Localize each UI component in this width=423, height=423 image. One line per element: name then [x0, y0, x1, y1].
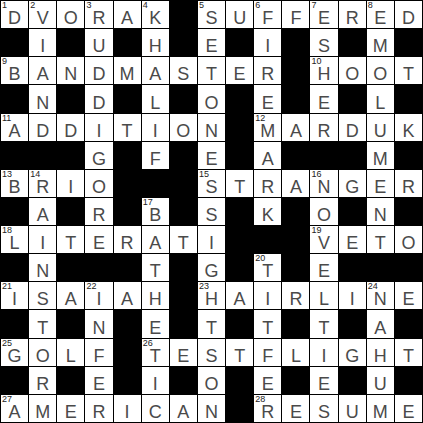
cell-r3c8[interactable]: T [198, 57, 225, 84]
cell-r5c1[interactable]: 11A [1, 114, 28, 141]
block-cell [1, 142, 28, 169]
cell-r12c12[interactable]: T [310, 310, 337, 337]
block-cell [339, 85, 366, 112]
clue-number: 24 [368, 282, 378, 291]
cell-r12c14[interactable]: A [367, 310, 394, 337]
letter: A [290, 122, 302, 141]
cell-r5c15[interactable]: K [395, 114, 422, 141]
block-cell [114, 254, 141, 281]
cell-r8c8[interactable]: S [198, 198, 225, 225]
cell-r13c9[interactable]: T [226, 339, 253, 366]
clue-number: 18 [2, 226, 12, 235]
cell-r13c15[interactable]: T [395, 339, 422, 366]
cell-r4c10[interactable]: E [254, 85, 281, 112]
block-cell [1, 310, 28, 337]
cell-r7c1[interactable]: 13B [1, 170, 28, 197]
cell-r12c10[interactable]: T [254, 310, 281, 337]
block-cell [114, 339, 141, 366]
letter: O [204, 94, 218, 113]
clue-number: 13 [2, 170, 12, 179]
cell-r11c11[interactable]: R [282, 282, 309, 309]
letter: E [205, 37, 217, 56]
cell-r9c2[interactable]: I [29, 226, 56, 253]
cell-r8c4[interactable]: R [85, 198, 112, 225]
block-cell [395, 310, 422, 337]
clue-number: 15 [199, 170, 209, 179]
cell-r9c6[interactable]: A [142, 226, 169, 253]
letter: R [402, 178, 415, 197]
letter: S [177, 65, 189, 84]
block-cell [282, 57, 309, 84]
block-cell [170, 310, 197, 337]
cell-r6c10[interactable]: A [254, 142, 281, 169]
letter: A [149, 234, 161, 253]
cell-r1c15[interactable]: D [395, 1, 422, 28]
cell-r5c4[interactable]: I [85, 114, 112, 141]
cell-r3c14[interactable]: O [367, 57, 394, 84]
cell-r3c12[interactable]: 10H [310, 57, 337, 84]
block-cell [226, 114, 253, 141]
block-cell [170, 198, 197, 225]
cell-r11c13[interactable]: I [339, 282, 366, 309]
cell-r15c12[interactable]: S [310, 395, 337, 422]
clue-number: 25 [2, 339, 12, 348]
cell-r2c6[interactable]: H [142, 29, 169, 56]
cell-r1c4[interactable]: 3R [85, 1, 112, 28]
cell-r8c10[interactable]: K [254, 198, 281, 225]
letter: E [374, 9, 386, 28]
cell-r7c8[interactable]: 15S [198, 170, 225, 197]
block-cell [226, 198, 253, 225]
letter: R [92, 9, 105, 28]
letter: E [374, 178, 386, 197]
letter: R [36, 375, 49, 394]
cell-r13c4[interactable]: F [85, 339, 112, 366]
letter: D [346, 122, 359, 141]
block-cell [1, 85, 28, 112]
cell-r14c4[interactable]: E [85, 367, 112, 394]
letter: M [120, 65, 135, 84]
block-cell [339, 367, 366, 394]
cell-r9c7[interactable]: T [170, 226, 197, 253]
letter: E [290, 403, 302, 422]
cell-r3c5[interactable]: M [114, 57, 141, 84]
clue-number: 2 [30, 1, 35, 10]
letter: S [205, 9, 217, 28]
cell-r15c7[interactable]: A [170, 395, 197, 422]
block-cell [226, 142, 253, 169]
letter: R [318, 122, 331, 141]
cell-r14c2[interactable]: R [29, 367, 56, 394]
letter: F [150, 150, 161, 169]
letter: O [373, 65, 387, 84]
cell-r15c2[interactable]: M [29, 395, 56, 422]
cell-r11c1[interactable]: 21I [1, 282, 28, 309]
cell-r7c11[interactable]: A [282, 170, 309, 197]
cell-r13c8[interactable]: S [198, 339, 225, 366]
cell-r1c8[interactable]: 5S [198, 1, 225, 28]
cell-r12c2[interactable]: T [29, 310, 56, 337]
cell-r5c3[interactable]: D [57, 114, 84, 141]
letter: B [9, 65, 21, 84]
cell-r3c2[interactable]: A [29, 57, 56, 84]
clue-number: 20 [255, 254, 265, 263]
letter: E [234, 65, 246, 84]
clue-number: 8 [368, 1, 373, 10]
letter: T [234, 178, 245, 197]
cell-r2c2[interactable]: I [29, 29, 56, 56]
letter: G [345, 347, 359, 366]
cell-r4c6[interactable]: L [142, 85, 169, 112]
clue-number: 17 [143, 198, 153, 207]
clue-number: 10 [311, 57, 321, 66]
cell-r7c14[interactable]: E [367, 170, 394, 197]
cell-r15c6[interactable]: C [142, 395, 169, 422]
letter: N [36, 262, 49, 281]
letter: I [12, 290, 17, 309]
cell-r10c10[interactable]: 20T [254, 254, 281, 281]
letter: L [375, 94, 385, 113]
cell-r11c5[interactable]: A [114, 282, 141, 309]
cell-r11c12[interactable]: L [310, 282, 337, 309]
cell-r4c8[interactable]: O [198, 85, 225, 112]
letter: A [234, 290, 246, 309]
cell-r9c3[interactable]: T [57, 226, 84, 253]
letter: N [374, 206, 387, 225]
clue-number: 11 [2, 114, 11, 123]
cell-r12c8[interactable]: T [198, 310, 225, 337]
cell-r10c8[interactable]: G [198, 254, 225, 281]
letter: T [178, 234, 189, 253]
letter: A [121, 9, 133, 28]
block-cell [395, 254, 422, 281]
cell-r8c12[interactable]: O [310, 198, 337, 225]
letter: E [318, 9, 330, 28]
cell-r15c11[interactable]: E [282, 395, 309, 422]
cell-r5c6[interactable]: I [142, 114, 169, 141]
letter: O [36, 347, 50, 366]
letter: N [205, 122, 218, 141]
letter: I [40, 37, 45, 56]
cell-r1c2[interactable]: 2V [29, 1, 56, 28]
cell-r5c13[interactable]: D [339, 114, 366, 141]
block-cell [114, 29, 141, 56]
cell-r15c10[interactable]: 28R [254, 395, 281, 422]
letter: S [318, 403, 330, 422]
letter: S [205, 178, 217, 197]
cell-r14c8[interactable]: O [198, 367, 225, 394]
block-cell [254, 226, 281, 253]
cell-r5c2[interactable]: D [29, 114, 56, 141]
letter: R [92, 403, 105, 422]
cell-r6c8[interactable]: E [198, 142, 225, 169]
cell-r13c2[interactable]: O [29, 339, 56, 366]
letter: T [150, 347, 161, 366]
cell-r11c10[interactable]: I [254, 282, 281, 309]
cell-r1c10[interactable]: 6F [254, 1, 281, 28]
letter: G [345, 178, 359, 197]
clue-number: 28 [255, 395, 265, 404]
letter: U [346, 403, 359, 422]
block-cell [310, 142, 337, 169]
letter: L [10, 234, 20, 253]
cell-r9c5[interactable]: R [114, 226, 141, 253]
cell-r1c1[interactable]: 1D [1, 1, 28, 28]
block-cell [282, 254, 309, 281]
cell-r3c7[interactable]: S [170, 57, 197, 84]
cell-r5c7[interactable]: O [170, 114, 197, 141]
letter: H [149, 290, 162, 309]
cell-r13c3[interactable]: L [57, 339, 84, 366]
letter: N [318, 178, 331, 197]
cell-r12c4[interactable]: N [85, 310, 112, 337]
letter: I [153, 375, 158, 394]
block-cell [226, 310, 253, 337]
letter: E [177, 347, 189, 366]
cell-r4c2[interactable]: N [29, 85, 56, 112]
cell-r1c3[interactable]: O [57, 1, 84, 28]
cell-r13c1[interactable]: 25G [1, 339, 28, 366]
clue-number: 6 [255, 1, 260, 10]
cell-r14c10[interactable]: E [254, 367, 281, 394]
letter: S [205, 347, 217, 366]
cell-r8c14[interactable]: N [367, 198, 394, 225]
cell-r6c6[interactable]: F [142, 142, 169, 169]
letter: O [401, 234, 415, 253]
cell-r5c5[interactable]: T [114, 114, 141, 141]
cell-r9c1[interactable]: 18L [1, 226, 28, 253]
clue-number: 12 [255, 114, 265, 123]
block-cell [367, 254, 394, 281]
letter: A [9, 122, 21, 141]
cell-r1c13[interactable]: R [339, 1, 366, 28]
letter: A [121, 290, 133, 309]
clue-number: 9 [2, 57, 7, 66]
cell-r3c1[interactable]: 9B [1, 57, 28, 84]
letter: L [66, 347, 76, 366]
letter: U [233, 9, 246, 28]
block-cell [395, 367, 422, 394]
cell-r10c12[interactable]: E [310, 254, 337, 281]
cell-r11c14[interactable]: 24N [367, 282, 394, 309]
cell-r1c6[interactable]: 4K [142, 1, 169, 28]
cell-r13c11[interactable]: L [282, 339, 309, 366]
cell-r5c12[interactable]: R [310, 114, 337, 141]
letter: G [8, 347, 22, 366]
cell-r3c4[interactable]: D [85, 57, 112, 84]
cell-r1c11[interactable]: F [282, 1, 309, 28]
cell-r1c14[interactable]: 8E [367, 1, 394, 28]
cell-r13c10[interactable]: F [254, 339, 281, 366]
letter: A [37, 206, 49, 225]
cell-r14c6[interactable]: I [142, 367, 169, 394]
cell-r11c9[interactable]: A [226, 282, 253, 309]
cell-r2c12[interactable]: S [310, 29, 337, 56]
block-cell [170, 282, 197, 309]
letter: E [346, 234, 358, 253]
cell-r7c4[interactable]: O [85, 170, 112, 197]
letter: S [205, 206, 217, 225]
block-cell [57, 29, 84, 56]
cell-r1c5[interactable]: A [114, 1, 141, 28]
cell-r3c6[interactable]: A [142, 57, 169, 84]
cell-r3c3[interactable]: N [57, 57, 84, 84]
clue-number: 26 [143, 339, 153, 348]
cell-r4c4[interactable]: D [85, 85, 112, 112]
block-cell [395, 29, 422, 56]
cell-r11c6[interactable]: H [142, 282, 169, 309]
crossword-grid: 1D2VO3RA4K5SU6FF7ER8EDIUHEISM9BANDMASTER… [0, 0, 423, 423]
cell-r15c5[interactable]: I [114, 395, 141, 422]
letter: T [262, 319, 273, 338]
block-cell [226, 395, 253, 422]
cell-r11c3[interactable]: A [57, 282, 84, 309]
cell-r6c4[interactable]: G [85, 142, 112, 169]
letter: E [402, 290, 414, 309]
letter: T [37, 319, 48, 338]
cell-r7c2[interactable]: 14R [29, 170, 56, 197]
cell-r11c15[interactable]: E [395, 282, 422, 309]
cell-r9c8[interactable]: I [198, 226, 225, 253]
cell-r15c14[interactable]: M [367, 395, 394, 422]
block-cell [114, 198, 141, 225]
cell-r15c8[interactable]: N [198, 395, 225, 422]
cell-r14c12[interactable]: E [310, 367, 337, 394]
cell-r9c12[interactable]: 19V [310, 226, 337, 253]
block-cell [282, 226, 309, 253]
block-cell [170, 1, 197, 28]
block-cell [226, 29, 253, 56]
cell-r7c13[interactable]: G [339, 170, 366, 197]
cell-r15c3[interactable]: E [57, 395, 84, 422]
cell-r2c10[interactable]: I [254, 29, 281, 56]
letter: O [204, 375, 218, 394]
cell-r5c10[interactable]: 12M [254, 114, 281, 141]
cell-r3c13[interactable]: O [339, 57, 366, 84]
block-cell [114, 367, 141, 394]
block-cell [114, 142, 141, 169]
cell-r9c4[interactable]: E [85, 226, 112, 253]
cell-r3c9[interactable]: E [226, 57, 253, 84]
cell-r7c9[interactable]: T [226, 170, 253, 197]
cell-r10c2[interactable]: N [29, 254, 56, 281]
cell-r5c8[interactable]: N [198, 114, 225, 141]
block-cell [57, 367, 84, 394]
letter: T [65, 234, 76, 253]
cell-r11c8[interactable]: 23H [198, 282, 225, 309]
cell-r13c12[interactable]: I [310, 339, 337, 366]
letter: T [403, 65, 414, 84]
cell-r1c12[interactable]: 7E [310, 1, 337, 28]
cell-r15c13[interactable]: U [339, 395, 366, 422]
block-cell [170, 170, 197, 197]
letter: K [402, 122, 414, 141]
letter: I [96, 122, 101, 141]
letter: D [92, 94, 105, 113]
cell-r6c14[interactable]: M [367, 142, 394, 169]
letter: A [290, 178, 302, 197]
block-cell [226, 226, 253, 253]
letter: T [206, 65, 217, 84]
letter: F [93, 347, 104, 366]
cell-r9c15[interactable]: O [395, 226, 422, 253]
cell-r8c2[interactable]: A [29, 198, 56, 225]
letter: N [36, 94, 49, 113]
letter: O [92, 178, 106, 197]
letter: E [262, 94, 274, 113]
letter: T [375, 234, 386, 253]
cell-r2c8[interactable]: E [198, 29, 225, 56]
cell-r7c3[interactable]: I [57, 170, 84, 197]
cell-r1c9[interactable]: U [226, 1, 253, 28]
letter: G [204, 262, 218, 281]
cell-r3c10[interactable]: R [254, 57, 281, 84]
cell-r13c7[interactable]: E [170, 339, 197, 366]
cell-r9c14[interactable]: T [367, 226, 394, 253]
letter: M [373, 150, 388, 169]
clue-number: 4 [143, 1, 148, 10]
letter: T [122, 122, 133, 141]
cell-r14c14[interactable]: U [367, 367, 394, 394]
cell-r8c6[interactable]: 17B [142, 198, 169, 225]
clue-number: 1 [2, 1, 7, 10]
block-cell [29, 142, 56, 169]
letter: A [149, 65, 161, 84]
cell-r2c14[interactable]: M [367, 29, 394, 56]
letter: L [150, 94, 160, 113]
cell-r7c15[interactable]: R [395, 170, 422, 197]
cell-r11c2[interactable]: S [29, 282, 56, 309]
block-cell [339, 142, 366, 169]
block-cell [170, 29, 197, 56]
cell-r2c4[interactable]: U [85, 29, 112, 56]
letter: O [64, 9, 78, 28]
letter: O [345, 65, 359, 84]
cell-r5c14[interactable]: U [367, 114, 394, 141]
block-cell [282, 310, 309, 337]
block-cell [1, 367, 28, 394]
letter: I [265, 290, 270, 309]
cell-r7c10[interactable]: R [254, 170, 281, 197]
cell-r7c12[interactable]: 16N [310, 170, 337, 197]
cell-r12c6[interactable]: E [142, 310, 169, 337]
letter: L [319, 290, 329, 309]
block-cell [339, 310, 366, 337]
cell-r4c14[interactable]: L [367, 85, 394, 112]
cell-r13c6[interactable]: 26T [142, 339, 169, 366]
letter: A [37, 65, 49, 84]
cell-r15c1[interactable]: 27A [1, 395, 28, 422]
letter: F [262, 347, 273, 366]
cell-r15c15[interactable]: E [395, 395, 422, 422]
block-cell [282, 198, 309, 225]
letter: B [149, 206, 161, 225]
clue-number: 7 [311, 1, 316, 10]
letter: I [350, 290, 355, 309]
block-cell [114, 170, 141, 197]
cell-r5c11[interactable]: A [282, 114, 309, 141]
cell-r13c13[interactable]: G [339, 339, 366, 366]
letter: U [92, 37, 105, 56]
cell-r3c15[interactable]: T [395, 57, 422, 84]
cell-r15c4[interactable]: R [85, 395, 112, 422]
cell-r4c12[interactable]: E [310, 85, 337, 112]
letter: E [93, 234, 105, 253]
cell-r10c6[interactable]: T [142, 254, 169, 281]
cell-r11c4[interactable]: 22I [85, 282, 112, 309]
cell-r13c14[interactable]: H [367, 339, 394, 366]
cell-r9c13[interactable]: E [339, 226, 366, 253]
